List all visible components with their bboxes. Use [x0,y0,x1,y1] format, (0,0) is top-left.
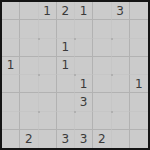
clue-number: 2 [25,133,33,145]
cell-r6-c1[interactable] [2,93,20,111]
cell-r7-c4[interactable] [57,112,75,130]
cell-r7-c6[interactable] [93,112,111,130]
gridline-dot [74,74,76,76]
cell-r5-c2[interactable] [20,75,38,93]
cell-r6-c7[interactable] [112,93,130,111]
clue-number: 1 [80,78,88,90]
cell-r2-c1[interactable] [2,20,20,38]
cell-r8-c7[interactable] [112,130,130,148]
cell-r1-c1[interactable] [2,2,20,20]
cell-r1-c2[interactable] [20,2,38,20]
cell-r4-c3[interactable] [39,57,57,75]
gridline-dot [111,38,113,40]
clue-number: 3 [80,133,88,145]
cell-r1-c3: 1 [39,2,57,20]
cell-r4-c8[interactable] [130,57,148,75]
cell-r5-c1[interactable] [2,75,20,93]
cell-r7-c7[interactable] [112,112,130,130]
clue-number: 1 [43,5,51,17]
cell-r6-c5: 3 [75,93,93,111]
gridline-dot [111,74,113,76]
cell-r2-c6[interactable] [93,20,111,38]
clue-number: 1 [7,59,15,71]
clue-number: 3 [62,133,70,145]
gridline-dot [38,38,40,40]
clue-number: 1 [135,78,143,90]
cell-r4-c6[interactable] [93,57,111,75]
cell-r1-c6[interactable] [93,2,111,20]
cell-r3-c2[interactable] [20,39,38,57]
cell-r3-c8[interactable] [130,39,148,57]
cell-r1-c4: 2 [57,2,75,20]
cell-r8-c4: 3 [57,130,75,148]
cell-r5-c6[interactable] [93,75,111,93]
cell-r4-c2[interactable] [20,57,38,75]
cell-r4-c7[interactable] [112,57,130,75]
gridline-dot [38,111,40,113]
cell-r8-c1[interactable] [2,130,20,148]
cell-r4-c1: 1 [2,57,20,75]
cell-r2-c7[interactable] [112,20,130,38]
cell-r6-c4[interactable] [57,93,75,111]
cell-r6-c8[interactable] [130,93,148,111]
cell-r3-c3[interactable] [39,39,57,57]
cell-r1-c5: 1 [75,2,93,20]
cell-r3-c7[interactable] [112,39,130,57]
clue-number: 3 [116,5,124,17]
cell-r7-c8[interactable] [130,112,148,130]
gridline-dot [38,74,40,76]
cell-r7-c1[interactable] [2,112,20,130]
cell-r6-c6[interactable] [93,93,111,111]
puzzle-board-frame: 12131111132332 [0,0,150,150]
cell-r8-c3[interactable] [39,130,57,148]
cell-r3-c5[interactable] [75,39,93,57]
cell-r5-c3[interactable] [39,75,57,93]
cell-r5-c4[interactable] [57,75,75,93]
gridline-dot [111,111,113,113]
clue-number: 3 [80,96,88,108]
cell-r2-c5[interactable] [75,20,93,38]
cell-r7-c2[interactable] [20,112,38,130]
cell-r3-c4: 1 [57,39,75,57]
clue-number: 2 [62,5,70,17]
cell-r1-c7: 3 [112,2,130,20]
cell-r1-c8[interactable] [130,2,148,20]
cell-r5-c8: 1 [130,75,148,93]
cell-r8-c6: 2 [93,130,111,148]
cell-r8-c8[interactable] [130,130,148,148]
cell-r5-c7[interactable] [112,75,130,93]
cell-r3-c1[interactable] [2,39,20,57]
cell-r4-c5[interactable] [75,57,93,75]
cell-r2-c3[interactable] [39,20,57,38]
cell-r6-c3[interactable] [39,93,57,111]
cell-r2-c4[interactable] [57,20,75,38]
cell-r7-c3[interactable] [39,112,57,130]
cell-r4-c4: 1 [57,57,75,75]
cell-r2-c8[interactable] [130,20,148,38]
cell-r2-c2[interactable] [20,20,38,38]
cell-r3-c6[interactable] [93,39,111,57]
clue-number: 2 [98,133,106,145]
cell-r7-c5[interactable] [75,112,93,130]
clue-number: 1 [62,41,70,53]
cell-r8-c5: 3 [75,130,93,148]
minesweeper-board: 12131111132332 [2,2,148,148]
gridline-dot [74,38,76,40]
cell-r6-c2[interactable] [20,93,38,111]
cell-r8-c2: 2 [20,130,38,148]
gridline-dot [74,111,76,113]
clue-number: 1 [62,59,70,71]
cell-r5-c5: 1 [75,75,93,93]
clue-number: 1 [80,5,88,17]
